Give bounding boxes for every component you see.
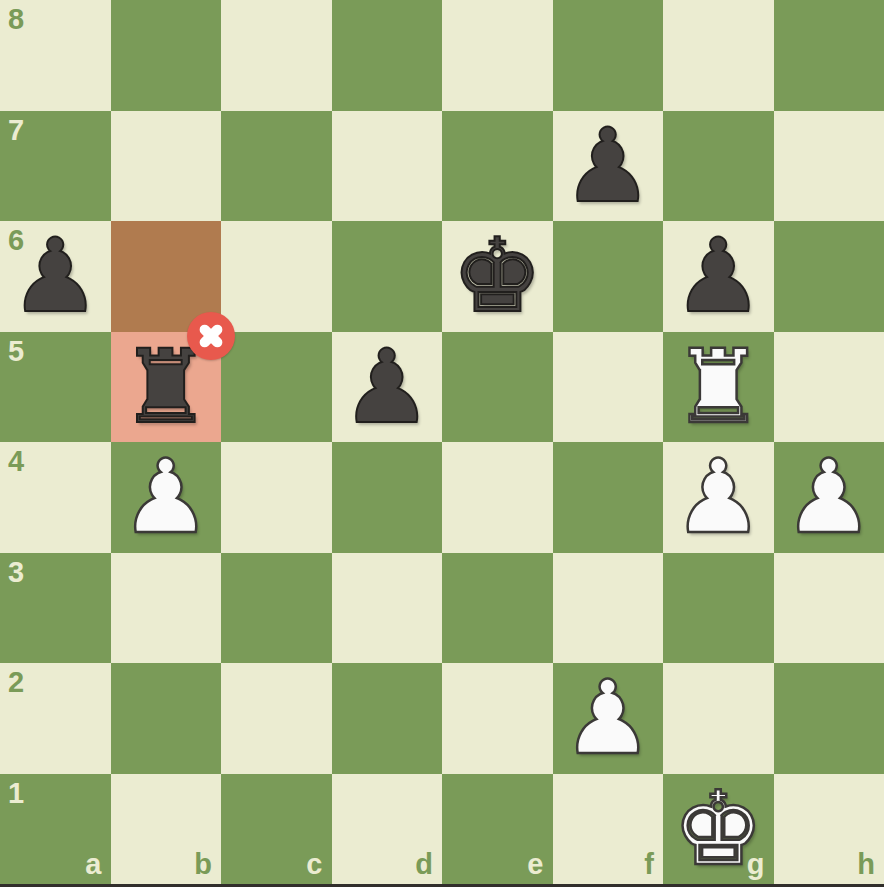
white-rook-g5[interactable]: ♜ (663, 332, 774, 443)
square-e8[interactable] (442, 0, 553, 111)
square-h7[interactable] (774, 111, 884, 222)
square-g6[interactable]: ♟ (663, 221, 774, 332)
file-label-b: b (194, 850, 212, 879)
rank-label-5: 5 (8, 337, 24, 366)
black-pawn-g6[interactable]: ♟ (663, 221, 774, 332)
square-b8[interactable] (111, 0, 222, 111)
square-c8[interactable] (221, 0, 332, 111)
square-a5[interactable]: 5 (0, 332, 111, 443)
square-f2[interactable]: ♟ (553, 663, 664, 774)
square-f3[interactable] (553, 553, 664, 664)
chess-board-stage: 87♟6♟♚♟5♜♟♜4♟♟♟32♟1abcdefg♚h (0, 0, 884, 887)
white-pawn-b4[interactable]: ♟ (111, 442, 222, 553)
square-d5[interactable]: ♟ (332, 332, 443, 443)
square-f8[interactable] (553, 0, 664, 111)
square-d1[interactable]: d (332, 774, 443, 885)
square-c7[interactable] (221, 111, 332, 222)
square-e4[interactable] (442, 442, 553, 553)
square-a7[interactable]: 7 (0, 111, 111, 222)
square-f7[interactable]: ♟ (553, 111, 664, 222)
square-b4[interactable]: ♟ (111, 442, 222, 553)
square-h5[interactable] (774, 332, 884, 443)
square-d4[interactable] (332, 442, 443, 553)
square-g4[interactable]: ♟ (663, 442, 774, 553)
square-g1[interactable]: g♚ (663, 774, 774, 885)
black-king-e6[interactable]: ♚ (442, 221, 553, 332)
square-h8[interactable] (774, 0, 884, 111)
square-g3[interactable] (663, 553, 774, 664)
square-b1[interactable]: b (111, 774, 222, 885)
square-d2[interactable] (332, 663, 443, 774)
square-c6[interactable] (221, 221, 332, 332)
file-label-e: e (527, 850, 543, 879)
white-pawn-h4[interactable]: ♟ (774, 442, 884, 553)
black-pawn-a6[interactable]: ♟ (0, 221, 111, 332)
rank-label-8: 8 (8, 5, 24, 34)
white-pawn-g4[interactable]: ♟ (663, 442, 774, 553)
white-pawn-f2[interactable]: ♟ (553, 663, 664, 774)
square-e3[interactable] (442, 553, 553, 664)
square-b7[interactable] (111, 111, 222, 222)
square-b3[interactable] (111, 553, 222, 664)
file-label-d: d (415, 850, 433, 879)
square-c1[interactable]: c (221, 774, 332, 885)
square-f6[interactable] (553, 221, 664, 332)
square-e1[interactable]: e (442, 774, 553, 885)
white-king-g1[interactable]: ♚ (663, 774, 774, 885)
square-h1[interactable]: h (774, 774, 884, 885)
square-e5[interactable] (442, 332, 553, 443)
square-c2[interactable] (221, 663, 332, 774)
square-f1[interactable]: f (553, 774, 664, 885)
square-f4[interactable] (553, 442, 664, 553)
square-b5-highlight-move-to-error[interactable]: ♜ (111, 332, 222, 443)
file-label-c: c (306, 850, 322, 879)
square-a1[interactable]: 1a (0, 774, 111, 885)
square-e6[interactable]: ♚ (442, 221, 553, 332)
file-label-f: f (644, 850, 654, 879)
square-b2[interactable] (111, 663, 222, 774)
square-g7[interactable] (663, 111, 774, 222)
square-a4[interactable]: 4 (0, 442, 111, 553)
file-label-a: a (85, 850, 101, 879)
square-h3[interactable] (774, 553, 884, 664)
black-pawn-f7[interactable]: ♟ (553, 111, 664, 222)
square-h2[interactable] (774, 663, 884, 774)
rank-label-2: 2 (8, 668, 24, 697)
square-f5[interactable] (553, 332, 664, 443)
square-h6[interactable] (774, 221, 884, 332)
square-g2[interactable] (663, 663, 774, 774)
square-c5[interactable] (221, 332, 332, 443)
square-d7[interactable] (332, 111, 443, 222)
square-g5[interactable]: ♜ (663, 332, 774, 443)
square-c3[interactable] (221, 553, 332, 664)
rank-label-1: 1 (8, 779, 24, 808)
square-d6[interactable] (332, 221, 443, 332)
square-a6[interactable]: 6♟ (0, 221, 111, 332)
wrong-move-x-icon (187, 312, 235, 360)
rank-label-4: 4 (8, 447, 24, 476)
square-a2[interactable]: 2 (0, 663, 111, 774)
square-e2[interactable] (442, 663, 553, 774)
black-pawn-d5[interactable]: ♟ (332, 332, 443, 443)
file-label-h: h (857, 850, 875, 879)
square-a3[interactable]: 3 (0, 553, 111, 664)
square-a8[interactable]: 8 (0, 0, 111, 111)
square-g8[interactable] (663, 0, 774, 111)
square-d3[interactable] (332, 553, 443, 664)
chess-board: 87♟6♟♚♟5♜♟♜4♟♟♟32♟1abcdefg♚h (0, 0, 884, 884)
square-d8[interactable] (332, 0, 443, 111)
square-c4[interactable] (221, 442, 332, 553)
square-h4[interactable]: ♟ (774, 442, 884, 553)
rank-label-7: 7 (8, 116, 24, 145)
square-e7[interactable] (442, 111, 553, 222)
rank-label-3: 3 (8, 558, 24, 587)
